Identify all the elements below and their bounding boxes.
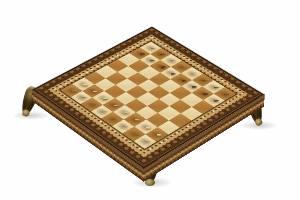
leg-shadow	[12, 111, 50, 120]
board-frame: ♜♞♝♛♚♝♞♜♟♟♟♟♟♟♟♟♟♟♟♟♟♟♟♟♜♞♝♛♚♝♞♜	[32, 27, 264, 169]
square-h5[interactable]	[180, 107, 202, 121]
chess-set-photo: ♜♞♝♛♚♝♞♜♟♟♟♟♟♟♟♟♟♟♟♟♟♟♟♟♜♞♝♛♚♝♞♜	[0, 0, 300, 200]
square-h1[interactable]: ♜	[134, 134, 157, 149]
chess-board: ♜♞♝♛♚♝♞♜♟♟♟♟♟♟♟♟♟♟♟♟♟♟♟♟♜♞♝♛♚♝♞♜	[32, 27, 264, 169]
mosaic-inlay-band: ♜♞♝♛♚♝♞♜♟♟♟♟♟♟♟♟♟♟♟♟♟♟♟♟♜♞♝♛♚♝♞♜	[48, 35, 249, 158]
square-h7[interactable]: ♟	[203, 93, 225, 107]
